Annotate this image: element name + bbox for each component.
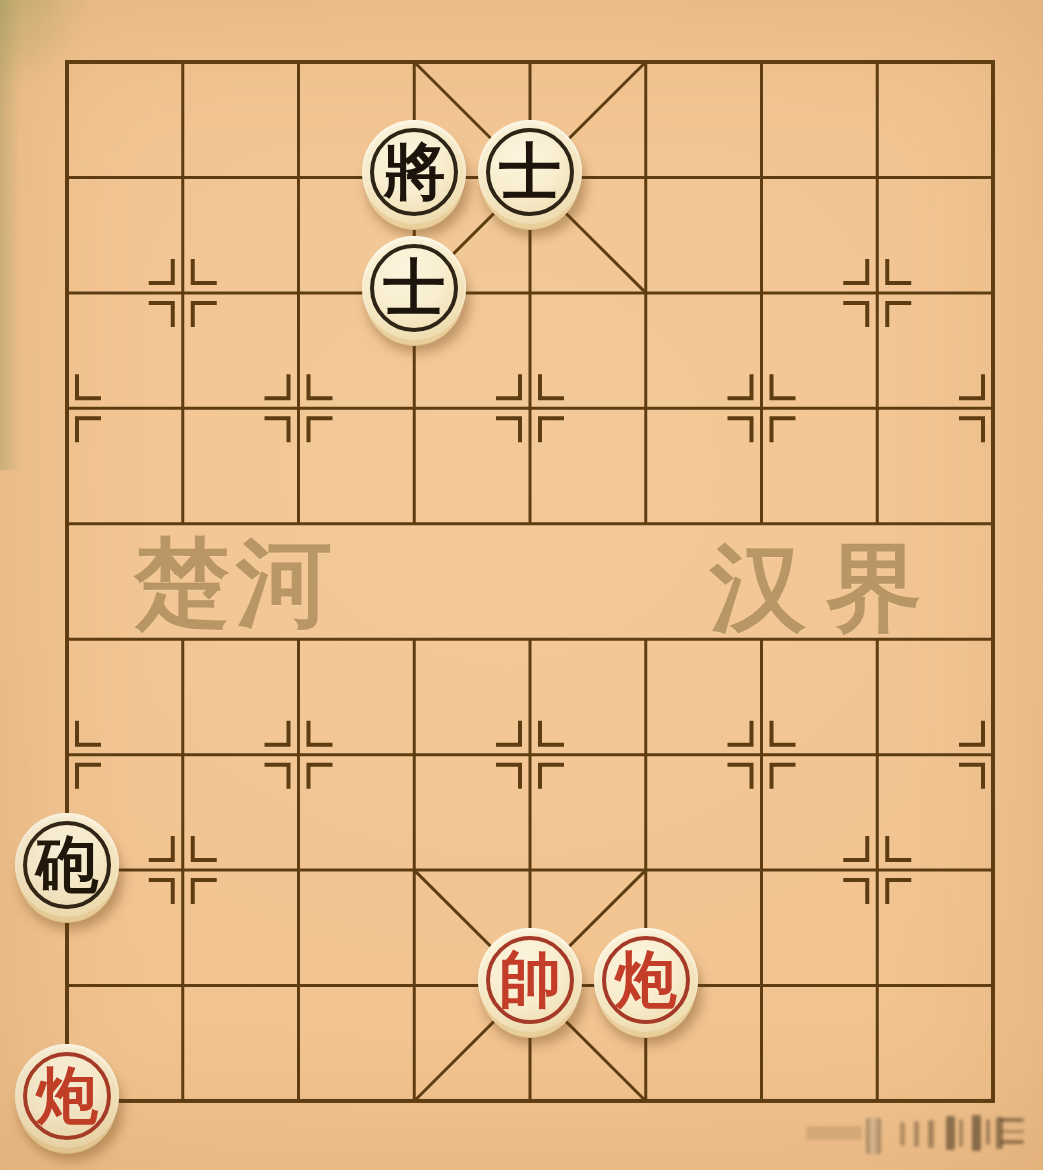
piece-glyph: 帥	[499, 949, 561, 1011]
piece-red-cannon-2[interactable]: 炮	[15, 1044, 119, 1148]
board-point: 砲	[9, 812, 125, 927]
board-point: 士	[472, 120, 588, 235]
piece-glyph: 炮	[36, 1065, 98, 1127]
piece-black-general[interactable]: 將	[362, 120, 466, 224]
piece-black-advisor-2[interactable]: 士	[362, 236, 466, 340]
piece-red-general[interactable]: 帥	[478, 928, 582, 1032]
board-point: 帥	[472, 928, 588, 1043]
piece-red-cannon-1[interactable]: 炮	[594, 928, 698, 1032]
piece-glyph: 炮	[615, 949, 677, 1011]
piece-glyph: 砲	[36, 834, 98, 896]
board-point: 將	[356, 120, 472, 235]
piece-black-advisor-1[interactable]: 士	[478, 120, 582, 224]
piece-layer: 將士士砲帥炮炮	[9, 4, 1043, 1158]
xiangqi-board: 楚河 汉界 將士士砲帥炮炮	[0, 0, 1043, 1170]
piece-black-cannon[interactable]: 砲	[15, 813, 119, 917]
piece-glyph: 士	[499, 141, 561, 203]
piece-glyph: 士	[383, 257, 445, 319]
piece-glyph: 將	[383, 141, 445, 203]
board-point: 士	[356, 235, 472, 350]
board-point: 炮	[9, 1043, 125, 1158]
board-point: 炮	[588, 928, 704, 1043]
